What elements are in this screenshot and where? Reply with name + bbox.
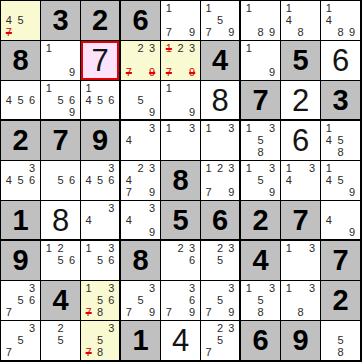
solved-digit: 6 [281, 121, 320, 160]
cell-r8c4[interactable]: 3579 [121, 281, 161, 321]
cell-r1c7[interactable]: 189 [241, 1, 281, 41]
given-digit: 7 [281, 201, 320, 239]
given-digit: 9 [281, 321, 320, 360]
cell-r1c3[interactable]: 2 [81, 1, 121, 41]
candidate-mark: 1 [243, 162, 255, 174]
candidate-mark: 3 [146, 202, 158, 214]
candidate-mark: 7 [3, 307, 15, 319]
cell-r1c2[interactable]: 3 [41, 1, 81, 41]
cell-r7c4[interactable]: 8 [121, 241, 161, 281]
candidate-mark: 1 [283, 2, 295, 14]
candidate-mark: 6 [186, 294, 198, 306]
candidate-mark: 9 [266, 27, 278, 39]
given-digit: 6 [121, 1, 160, 40]
candidate-mark: 4 [283, 174, 295, 186]
candidate-mark: 3 [146, 122, 158, 134]
given-digit: 6 [241, 321, 280, 360]
given-digit: 7 [321, 241, 360, 280]
candidate-mark: 7 [163, 307, 175, 319]
candidate-mark: 4 [323, 14, 335, 26]
cell-r5c8[interactable]: 134 [281, 161, 321, 201]
candidate-mark: 2 [214, 162, 225, 174]
candidate-mark: 3 [306, 242, 318, 254]
candidate-mark: 5 [214, 294, 225, 306]
candidate-grid: 235 [203, 242, 237, 279]
cell-r8c1[interactable]: 3567 [1, 281, 41, 321]
cell-r4c2[interactable]: 7 [41, 121, 81, 161]
candidate-mark: 6 [66, 94, 78, 106]
cell-r1c6[interactable]: 1579 [201, 1, 241, 41]
cell-r3c3[interactable]: 1456 [81, 81, 121, 121]
candidate-mark: 8 [255, 27, 267, 39]
candidate-mark: 5 [15, 174, 27, 186]
candidate-mark: 1 [83, 82, 94, 94]
given-digit: 2 [1, 121, 40, 160]
candidate-mark: 9 [146, 187, 158, 199]
candidate-mark: 7 [163, 27, 175, 39]
candidate-mark: 9 [266, 187, 278, 199]
cell-r4c5[interactable]: 13 [161, 121, 201, 161]
cell-r9c5[interactable]: 4 [161, 321, 201, 361]
candidate-grid: 456 [3, 82, 38, 118]
candidate-mark: 3 [306, 162, 318, 174]
candidate-grid: 2357 [203, 322, 237, 359]
candidate-mark: 8 [94, 347, 105, 359]
candidate-mark: 4 [323, 214, 335, 226]
candidate-mark: 3 [146, 282, 158, 294]
candidate-mark: 6 [106, 174, 117, 186]
candidate-mark: 1 [243, 122, 255, 134]
candidate-grid: 25 [43, 322, 78, 359]
candidate-mark: 2 [214, 242, 225, 254]
cell-r5c1[interactable]: 3456 [1, 161, 41, 201]
cell-r7c3[interactable]: 1356 [81, 241, 121, 281]
candidate-mark: 3 [266, 282, 278, 294]
candidate-mark: 4 [323, 174, 335, 186]
given-digit: 8 [1, 41, 40, 80]
candidate-mark: 1 [163, 122, 175, 134]
candidate-mark: 5 [255, 174, 267, 186]
cell-r1c4[interactable]: 6 [121, 1, 161, 41]
candidate-grid: 56 [43, 162, 78, 199]
given-digit: 1 [1, 201, 40, 239]
candidate-mark: 3 [106, 162, 117, 174]
cell-r9c6[interactable]: 2357 [201, 321, 241, 361]
candidate-mark: 1 [323, 2, 335, 14]
cell-r2c2[interactable]: 19 [41, 41, 81, 81]
eliminated-candidate: 9 [146, 67, 158, 79]
candidate-mark: 9 [226, 187, 237, 199]
candidate-mark: 1 [283, 282, 295, 294]
candidate-mark: 5 [135, 94, 147, 106]
candidate-mark: 3 [146, 162, 158, 174]
candidate-mark: 4 [3, 94, 15, 106]
candidate-mark: 3 [106, 242, 117, 254]
candidate-mark: 5 [135, 294, 147, 306]
candidate-grid: 179 [163, 2, 198, 39]
cell-r8c3[interactable]: 135678 [81, 281, 121, 321]
candidate-mark: 4 [83, 94, 94, 106]
eliminated-candidate: 7 [163, 67, 175, 79]
cell-r7c7[interactable]: 4 [241, 241, 281, 281]
cell-r6c2[interactable]: 8 [41, 201, 81, 241]
candidate-mark: 6 [106, 254, 117, 266]
candidate-mark: 1 [203, 162, 214, 174]
candidate-grid: 1458 [323, 122, 358, 159]
candidate-grid: 34 [123, 122, 158, 159]
given-digit: 7 [241, 81, 280, 119]
candidate-mark: 1 [283, 242, 295, 254]
candidate-mark: 8 [335, 347, 347, 359]
candidate-grid: 3679 [163, 282, 198, 319]
cell-r6c3[interactable]: 34 [81, 201, 121, 241]
candidate-mark: 7 [203, 347, 214, 359]
solved-digit: 8 [201, 81, 239, 119]
candidate-mark: 4 [283, 14, 295, 26]
cell-r6c1[interactable]: 1 [1, 201, 41, 241]
candidate-mark: 9 [226, 307, 237, 319]
candidate-grid: 1489 [323, 2, 358, 39]
candidate-grid: 19 [163, 82, 198, 118]
candidate-mark: 9 [146, 226, 158, 238]
eliminated-candidate: 1 [163, 42, 175, 54]
cell-r7c5[interactable]: 236 [161, 241, 201, 281]
cell-r3c8[interactable]: 2 [281, 81, 321, 121]
candidate-grid: 357 [3, 322, 38, 359]
candidate-mark: 1 [83, 282, 94, 294]
cell-r5c7[interactable]: 1359 [241, 161, 281, 201]
candidate-mark: 3 [226, 242, 237, 254]
cell-r2c1[interactable]: 8 [1, 41, 41, 81]
candidate-mark: 4 [83, 214, 94, 226]
cell-r6c9[interactable]: 49 [321, 201, 361, 241]
candidate-mark: 3 [226, 162, 237, 174]
candidate-grid: 1569 [43, 82, 78, 118]
cell-r7c2[interactable]: 1256 [41, 241, 81, 281]
candidate-mark: 5 [335, 334, 347, 346]
candidate-mark: 1 [43, 82, 55, 94]
cell-r1c9[interactable]: 1489 [321, 1, 361, 41]
cell-r9c7[interactable]: 6 [241, 321, 281, 361]
cell-r3c2[interactable]: 1569 [41, 81, 81, 121]
cell-r4c1[interactable]: 2 [1, 121, 41, 161]
cell-r3c5[interactable]: 19 [161, 81, 201, 121]
eliminated-candidate: 7 [3, 27, 15, 39]
candidate-mark: 8 [94, 307, 105, 319]
candidate-mark: 3 [26, 162, 38, 174]
cell-r5c3[interactable]: 3456 [81, 161, 121, 201]
cell-r4c9[interactable]: 1458 [321, 121, 361, 161]
candidate-mark: 2 [135, 42, 147, 54]
candidate-mark: 3 [106, 202, 117, 214]
candidate-grid: 1456 [83, 82, 117, 118]
candidate-mark: 8 [255, 147, 267, 159]
cell-r7c1[interactable]: 9 [1, 241, 41, 281]
candidate-grid: 49 [323, 202, 358, 238]
candidate-grid: 3567 [3, 282, 38, 319]
solved-digit: 7 [81, 41, 119, 80]
candidate-mark: 7 [203, 27, 214, 39]
candidate-mark: 8 [295, 307, 307, 319]
candidate-mark: 6 [106, 294, 117, 306]
cell-r6c6[interactable]: 6 [201, 201, 241, 241]
candidate-mark: 1 [243, 282, 255, 294]
eliminated-candidate: 7 [83, 307, 94, 319]
candidate-mark: 5 [94, 334, 105, 346]
candidate-mark: 3 [226, 282, 237, 294]
candidate-mark: 9 [66, 106, 78, 118]
cell-r6c5[interactable]: 5 [161, 201, 201, 241]
candidate-mark: 5 [94, 294, 105, 306]
candidate-mark: 6 [26, 174, 38, 186]
cell-r8c2[interactable]: 4 [41, 281, 81, 321]
candidate-mark: 2 [214, 322, 225, 334]
candidate-grid: 236 [163, 242, 198, 279]
candidate-mark: 6 [66, 174, 78, 186]
cell-r4c4[interactable]: 34 [121, 121, 161, 161]
cell-r5c9[interactable]: 1459 [321, 161, 361, 201]
candidate-grid: 189 [243, 2, 278, 39]
cell-r2c7[interactable]: 19 [241, 41, 281, 81]
candidate-mark: 5 [15, 14, 27, 26]
candidate-mark: 1 [163, 82, 175, 94]
candidate-mark: 6 [66, 254, 78, 266]
candidate-mark: 4 [123, 134, 135, 146]
candidate-grid: 13 [203, 122, 237, 159]
candidate-grid: 12379 [163, 42, 198, 79]
candidate-mark: 7 [203, 307, 214, 319]
candidate-mark: 9 [346, 187, 358, 199]
given-digit: 2 [241, 201, 280, 239]
cell-r6c8[interactable]: 7 [281, 201, 321, 241]
cell-r2c4[interactable]: 2379 [121, 41, 161, 81]
candidate-mark: 5 [94, 254, 105, 266]
cell-r9c4[interactable]: 1 [121, 321, 161, 361]
given-digit: 4 [241, 241, 280, 280]
candidate-mark: 2 [55, 322, 67, 334]
candidate-grid: 349 [123, 202, 158, 238]
cell-r2c6[interactable]: 4 [201, 41, 241, 81]
candidate-mark: 2 [135, 162, 147, 174]
candidate-mark: 3 [106, 322, 117, 334]
cell-r8c5[interactable]: 3679 [161, 281, 201, 321]
candidate-mark: 3 [266, 122, 278, 134]
candidate-mark: 3 [106, 282, 117, 294]
candidate-mark: 9 [346, 226, 358, 238]
candidate-mark: 3 [146, 42, 158, 54]
candidate-mark: 5 [55, 254, 67, 266]
candidate-mark: 5 [94, 174, 105, 186]
cell-r1c8[interactable]: 148 [281, 1, 321, 41]
candidate-mark: 7 [203, 187, 214, 199]
cell-r3c1[interactable]: 456 [1, 81, 41, 121]
candidate-grid: 19 [43, 42, 78, 79]
candidate-mark: 9 [146, 106, 158, 118]
candidate-mark: 3 [186, 122, 198, 134]
candidate-mark: 5 [15, 294, 27, 306]
candidate-mark: 5 [55, 174, 67, 186]
candidate-grid: 1459 [323, 162, 358, 199]
cell-r5c4[interactable]: 23479 [121, 161, 161, 201]
candidate-mark: 1 [43, 42, 55, 54]
solved-digit: 4 [161, 321, 200, 360]
cell-r9c8[interactable]: 9 [281, 321, 321, 361]
candidate-mark: 4 [323, 134, 335, 146]
candidate-grid: 148 [283, 2, 318, 39]
cell-r7c9[interactable]: 7 [321, 241, 361, 281]
candidate-grid: 2379 [123, 42, 158, 79]
given-digit: 8 [161, 161, 200, 200]
cell-r5c6[interactable]: 12379 [201, 161, 241, 201]
candidate-mark: 1 [83, 242, 94, 254]
candidate-mark: 5 [94, 94, 105, 106]
candidate-grid: 3578 [83, 322, 117, 359]
cell-r6c7[interactable]: 2 [241, 201, 281, 241]
candidate-mark: 5 [335, 174, 347, 186]
cell-r9c3[interactable]: 3578 [81, 321, 121, 361]
candidate-mark: 7 [123, 307, 135, 319]
candidate-mark: 9 [266, 67, 278, 79]
given-digit: 7 [41, 121, 80, 160]
candidate-mark: 5 [214, 14, 225, 26]
candidate-mark: 5 [335, 134, 347, 146]
candidate-mark: 9 [346, 27, 358, 39]
candidate-grid: 34 [83, 202, 117, 238]
cell-r8c7[interactable]: 1358 [241, 281, 281, 321]
solved-digit: 2 [281, 81, 320, 119]
candidate-grid: 1358 [243, 122, 278, 159]
candidate-mark: 6 [26, 94, 38, 106]
sudoku-app: 4573261791579189148148981972379123794195… [0, 0, 362, 362]
candidate-mark: 9 [186, 27, 198, 39]
candidate-mark: 8 [255, 307, 267, 319]
candidate-grid: 19 [243, 42, 278, 79]
candidate-mark: 4 [3, 14, 15, 26]
candidate-mark: 3 [226, 122, 237, 134]
candidate-mark: 1 [243, 42, 255, 54]
candidate-mark: 1 [43, 242, 55, 254]
candidate-mark: 8 [335, 147, 347, 159]
given-digit: 4 [41, 281, 80, 320]
candidate-mark: 9 [66, 67, 78, 79]
candidate-grid: 1256 [43, 242, 78, 279]
candidate-mark: 3 [266, 162, 278, 174]
candidate-grid: 134 [283, 162, 318, 199]
candidate-grid: 58 [323, 322, 358, 359]
given-digit: 5 [161, 201, 200, 239]
candidate-grid: 1579 [203, 2, 237, 39]
cell-r3c4[interactable]: 59 [121, 81, 161, 121]
given-digit: 4 [201, 41, 239, 80]
cell-r5c5[interactable]: 8 [161, 161, 201, 201]
candidate-mark: 3 [186, 282, 198, 294]
candidate-mark: 5 [55, 94, 67, 106]
cell-r3c6[interactable]: 8 [201, 81, 241, 121]
candidate-grid: 13 [163, 122, 198, 159]
given-digit: 9 [1, 241, 40, 280]
cell-r7c8[interactable]: 13 [281, 241, 321, 281]
cell-r9c9[interactable]: 58 [321, 321, 361, 361]
cell-r8c6[interactable]: 3579 [201, 281, 241, 321]
candidate-mark: 4 [123, 174, 135, 186]
candidate-grid: 12379 [203, 162, 237, 199]
candidate-mark: 5 [255, 294, 267, 306]
cell-r4c7[interactable]: 1358 [241, 121, 281, 161]
given-digit: 3 [321, 81, 360, 119]
candidate-mark: 6 [106, 94, 117, 106]
given-digit: 1 [121, 321, 160, 360]
cell-r2c9[interactable]: 6 [321, 41, 361, 81]
cell-r4c8[interactable]: 6 [281, 121, 321, 161]
candidate-grid: 138 [283, 282, 318, 319]
candidate-mark: 4 [3, 174, 15, 186]
candidate-grid: 3456 [83, 162, 117, 199]
candidate-mark: 2 [55, 242, 67, 254]
candidate-mark: 3 [186, 42, 198, 54]
cell-r9c1[interactable]: 357 [1, 321, 41, 361]
solved-digit: 6 [321, 41, 360, 80]
candidate-mark: 4 [83, 174, 94, 186]
given-digit: 2 [81, 1, 119, 40]
cell-r9c2[interactable]: 25 [41, 321, 81, 361]
eliminated-candidate: 7 [123, 67, 135, 79]
cell-r3c7[interactable]: 7 [241, 81, 281, 121]
cell-r8c9[interactable]: 2 [321, 281, 361, 321]
candidate-mark: 5 [15, 94, 27, 106]
candidate-mark: 1 [243, 2, 255, 14]
candidate-mark: 1 [323, 122, 335, 134]
candidate-grid: 3456 [3, 162, 38, 199]
cell-r1c1[interactable]: 457 [1, 1, 41, 41]
candidate-mark: 1 [323, 162, 335, 174]
sudoku-board: 4573261791579189148148981972379123794195… [0, 0, 362, 362]
cell-r5c2[interactable]: 56 [41, 161, 81, 201]
candidate-mark: 9 [146, 307, 158, 319]
cell-r2c8[interactable]: 5 [281, 41, 321, 81]
candidate-mark: 9 [186, 106, 198, 118]
candidate-grid: 135678 [83, 282, 117, 319]
candidate-grid: 23479 [123, 162, 158, 199]
cell-r4c6[interactable]: 13 [201, 121, 241, 161]
given-digit: 9 [81, 121, 119, 160]
candidate-mark: 3 [226, 322, 237, 334]
cell-r4c3[interactable]: 9 [81, 121, 121, 161]
candidate-mark: 5 [255, 134, 267, 146]
candidate-mark: 9 [226, 27, 237, 39]
candidate-mark: 2 [175, 242, 187, 254]
cell-r6c4[interactable]: 349 [121, 201, 161, 241]
candidate-grid: 13 [283, 242, 318, 279]
candidate-mark: 5 [55, 334, 67, 346]
candidate-mark: 1 [163, 2, 175, 14]
candidate-mark: 1 [203, 122, 214, 134]
cell-r2c3[interactable]: 7 [81, 41, 121, 81]
solved-digit: 8 [41, 201, 80, 239]
cell-r3c9[interactable]: 3 [321, 81, 361, 121]
candidate-mark: 5 [214, 254, 225, 266]
candidate-mark: 8 [335, 27, 347, 39]
cell-r2c5[interactable]: 12379 [161, 41, 201, 81]
eliminated-candidate: 9 [186, 67, 198, 79]
candidate-grid: 3579 [123, 282, 158, 319]
candidate-grid: 59 [123, 82, 158, 118]
candidate-mark: 3 [26, 322, 38, 334]
cell-r8c8[interactable]: 138 [281, 281, 321, 321]
cell-r1c5[interactable]: 179 [161, 1, 201, 41]
candidate-mark: 5 [15, 334, 27, 346]
cell-r7c6[interactable]: 235 [201, 241, 241, 281]
candidate-mark: 8 [295, 27, 307, 39]
